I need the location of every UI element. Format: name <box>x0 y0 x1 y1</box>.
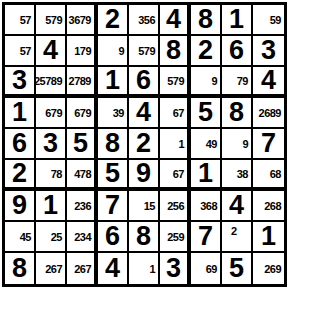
digit: 4 <box>43 37 58 65</box>
cell-r8c3[interactable]: 234 <box>67 222 98 253</box>
cell-r8c1[interactable]: 45 <box>5 222 36 253</box>
pencil-marks: 59 <box>270 5 281 34</box>
pencil-marks: 25 <box>51 222 62 251</box>
digit: 1 <box>105 67 120 95</box>
pencil-marks: 267 <box>74 253 91 284</box>
pencil-marks: 57 <box>20 5 31 34</box>
pencil-marks: 579 <box>167 67 184 94</box>
cell-r9c7[interactable]: 69 <box>191 253 222 284</box>
pencil-marks: 268 <box>264 191 281 220</box>
pencil-marks: 9 <box>211 67 217 94</box>
digit: 1 <box>198 160 213 188</box>
digit: 6 <box>136 67 151 95</box>
cell-r5c8[interactable]: 9 <box>222 129 253 160</box>
pencil-marks: 679 <box>45 98 62 127</box>
cell-r7c8[interactable]: 4 <box>222 191 253 222</box>
digit: 6 <box>105 223 120 251</box>
pencil-marks-corner: 2 <box>231 225 237 237</box>
cell-r6c8[interactable]: 38 <box>222 160 253 191</box>
cell-r5c3[interactable]: 5 <box>67 129 98 160</box>
pencil-marks: 49 <box>206 129 217 158</box>
cell-r7c9[interactable]: 268 <box>253 191 284 222</box>
cell-r7c6[interactable]: 256 <box>160 191 191 222</box>
pencil-marks: 269 <box>264 253 281 284</box>
digit: 2 <box>136 130 151 158</box>
cell-r9c1[interactable]: 8 <box>5 253 36 284</box>
pencil-marks: 478 <box>74 160 91 187</box>
digit: 9 <box>12 192 27 220</box>
cell-r9c6[interactable]: 3 <box>160 253 191 284</box>
cell-r5c2[interactable]: 3 <box>36 129 67 160</box>
cell-r4c3[interactable]: 679 <box>67 98 98 129</box>
pencil-marks: 2789 <box>69 67 91 94</box>
pencil-marks: 45 <box>20 222 31 251</box>
cell-r9c4[interactable]: 4 <box>98 253 129 284</box>
cell-r4c5[interactable]: 4 <box>129 98 160 129</box>
digit: 2 <box>105 6 120 34</box>
cell-r2c8[interactable]: 6 <box>222 36 253 67</box>
digit: 3 <box>43 130 58 158</box>
cell-r6c5[interactable]: 9 <box>129 160 160 191</box>
pencil-marks: 57 <box>20 36 31 65</box>
cell-r4c4[interactable]: 39 <box>98 98 129 129</box>
digit: 8 <box>198 6 213 34</box>
digit: 8 <box>166 37 181 65</box>
digit: 7 <box>105 192 120 220</box>
pencil-marks: 236 <box>74 191 91 220</box>
pencil-marks: 9 <box>242 129 248 158</box>
pencil-marks: 679 <box>74 98 91 127</box>
cell-r7c3[interactable]: 236 <box>67 191 98 222</box>
digit: 2 <box>12 160 27 188</box>
pencil-marks: 39 <box>113 98 124 127</box>
pencil-marks: 179 <box>74 36 91 65</box>
cell-r6c1[interactable]: 2 <box>5 160 36 191</box>
digit: 1 <box>12 99 27 127</box>
digit: 8 <box>105 130 120 158</box>
pencil-marks: 368 <box>200 191 217 220</box>
digit: 3 <box>12 67 27 95</box>
cell-r8c7[interactable]: 7 <box>191 222 222 253</box>
cell-r8c8[interactable]: 2 <box>222 222 253 253</box>
pencil-marks: 15 <box>144 191 155 220</box>
digit: 1 <box>43 192 58 220</box>
cell-r3c6[interactable]: 579 <box>160 67 191 98</box>
digit: 3 <box>166 255 181 283</box>
sudoku-app: 5757936792356481595741799579826332578927… <box>0 0 311 311</box>
cell-r1c2[interactable]: 579 <box>36 5 67 36</box>
cell-r5c4[interactable]: 8 <box>98 129 129 160</box>
pencil-marks: 68 <box>270 160 281 187</box>
cell-r9c3[interactable]: 267 <box>67 253 98 284</box>
pencil-marks: 3679 <box>69 5 91 34</box>
cell-r4c9[interactable]: 2689 <box>253 98 284 129</box>
cell-r3c7[interactable]: 9 <box>191 67 222 98</box>
digit: 2 <box>198 37 213 65</box>
cell-r8c9[interactable]: 1 <box>253 222 284 253</box>
cell-r6c9[interactable]: 68 <box>253 160 284 191</box>
cell-r8c2[interactable]: 25 <box>36 222 67 253</box>
cell-r2c9[interactable]: 3 <box>253 36 284 67</box>
cell-r3c5[interactable]: 6 <box>129 67 160 98</box>
digit: 4 <box>229 192 244 220</box>
cell-r6c3[interactable]: 478 <box>67 160 98 191</box>
cell-r3c4[interactable]: 1 <box>98 67 129 98</box>
cell-r6c7[interactable]: 1 <box>191 160 222 191</box>
cell-r6c6[interactable]: 67 <box>160 160 191 191</box>
digit: 1 <box>261 223 276 251</box>
cell-r7c5[interactable]: 15 <box>129 191 160 222</box>
digit: 5 <box>105 160 120 188</box>
cell-r1c8[interactable]: 1 <box>222 5 253 36</box>
cell-r1c7[interactable]: 8 <box>191 5 222 36</box>
cell-r4c8[interactable]: 8 <box>222 98 253 129</box>
digit: 4 <box>136 99 151 127</box>
cell-r4c2[interactable]: 679 <box>36 98 67 129</box>
cell-r5c7[interactable]: 49 <box>191 129 222 160</box>
pencil-marks: 1 <box>149 253 155 284</box>
digit: 8 <box>12 255 27 283</box>
digit: 5 <box>198 99 213 127</box>
cell-r5c6[interactable]: 1 <box>160 129 191 160</box>
cell-r7c1[interactable]: 9 <box>5 191 36 222</box>
cell-r2c5[interactable]: 579 <box>129 36 160 67</box>
digit: 4 <box>105 255 120 283</box>
pencil-marks: 2689 <box>259 98 281 127</box>
pencil-marks: 9 <box>118 36 124 65</box>
cell-r4c1[interactable]: 1 <box>5 98 36 129</box>
digit: 4 <box>166 6 181 34</box>
cell-r7c2[interactable]: 1 <box>36 191 67 222</box>
cell-r6c4[interactable]: 5 <box>98 160 129 191</box>
digit: 8 <box>136 223 151 251</box>
cell-r1c9[interactable]: 59 <box>253 5 284 36</box>
digit: 7 <box>261 130 276 158</box>
cell-r7c4[interactable]: 7 <box>98 191 129 222</box>
pencil-marks: 356 <box>138 5 155 34</box>
cell-r2c7[interactable]: 2 <box>191 36 222 67</box>
cell-r1c3[interactable]: 3679 <box>67 5 98 36</box>
pencil-marks: 78 <box>51 160 62 187</box>
cell-r2c4[interactable]: 9 <box>98 36 129 67</box>
cell-r9c2[interactable]: 267 <box>36 253 67 284</box>
digit: 5 <box>229 255 244 283</box>
cell-r3c9[interactable]: 4 <box>253 67 284 98</box>
pencil-marks: 579 <box>138 36 155 65</box>
cell-r9c9[interactable]: 269 <box>253 253 284 284</box>
pencil-marks: 234 <box>74 222 91 251</box>
cell-r4c7[interactable]: 5 <box>191 98 222 129</box>
cell-r1c6[interactable]: 4 <box>160 5 191 36</box>
cell-r2c3[interactable]: 179 <box>67 36 98 67</box>
cell-r5c1[interactable]: 6 <box>5 129 36 160</box>
cell-r2c2[interactable]: 4 <box>36 36 67 67</box>
digit: 6 <box>229 37 244 65</box>
cell-r3c2[interactable]: 25789 <box>36 67 67 98</box>
pencil-marks: 79 <box>237 67 248 94</box>
pencil-marks: 67 <box>173 98 184 127</box>
cell-r3c8[interactable]: 79 <box>222 67 253 98</box>
pencil-marks: 256 <box>167 191 184 220</box>
cell-r8c4[interactable]: 6 <box>98 222 129 253</box>
sudoku-board: 5757936792356481595741799579826332578927… <box>2 2 287 287</box>
pencil-marks: 38 <box>237 160 248 187</box>
cell-r4c6[interactable]: 67 <box>160 98 191 129</box>
digit: 1 <box>229 6 244 34</box>
cell-r2c1[interactable]: 57 <box>5 36 36 67</box>
digit: 8 <box>229 99 244 127</box>
cell-r3c3[interactable]: 2789 <box>67 67 98 98</box>
digit: 9 <box>136 160 151 188</box>
cell-r3c1[interactable]: 3 <box>5 67 36 98</box>
cell-r5c9[interactable]: 7 <box>253 129 284 160</box>
cell-r8c6[interactable]: 259 <box>160 222 191 253</box>
cell-r7c7[interactable]: 368 <box>191 191 222 222</box>
cell-r5c5[interactable]: 2 <box>129 129 160 160</box>
cell-r1c1[interactable]: 57 <box>5 5 36 36</box>
pencil-marks: 25789 <box>36 67 62 94</box>
cell-r2c6[interactable]: 8 <box>160 36 191 67</box>
cell-r8c5[interactable]: 8 <box>129 222 160 253</box>
digit: 6 <box>12 130 27 158</box>
digit: 5 <box>73 130 88 158</box>
cell-r1c4[interactable]: 2 <box>98 5 129 36</box>
pencil-marks: 69 <box>206 253 217 284</box>
cell-r6c2[interactable]: 78 <box>36 160 67 191</box>
pencil-marks: 267 <box>45 253 62 284</box>
pencil-marks: 259 <box>167 222 184 251</box>
pencil-marks: 579 <box>45 5 62 34</box>
cell-r1c5[interactable]: 356 <box>129 5 160 36</box>
digit: 7 <box>198 223 213 251</box>
cell-r9c5[interactable]: 1 <box>129 253 160 284</box>
pencil-marks: 1 <box>178 129 184 158</box>
digit: 4 <box>261 67 276 95</box>
cell-r9c8[interactable]: 5 <box>222 253 253 284</box>
pencil-marks: 67 <box>173 160 184 187</box>
digit: 3 <box>261 37 276 65</box>
